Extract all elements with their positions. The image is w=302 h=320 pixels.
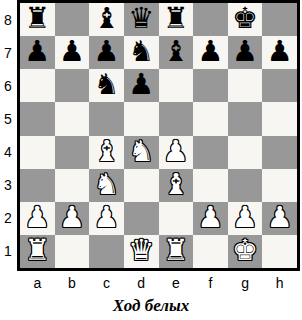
white-pawn-piece: ♟ bbox=[232, 203, 258, 232]
square-d6[interactable]: ♟ bbox=[124, 69, 159, 102]
square-e8[interactable]: ♜ bbox=[159, 3, 194, 36]
black-bishop-piece: ♝ bbox=[94, 4, 120, 33]
square-b2[interactable]: ♟ bbox=[55, 202, 90, 235]
file-label-c: c bbox=[89, 273, 124, 293]
file-label-e: e bbox=[159, 273, 194, 293]
square-e2[interactable] bbox=[159, 202, 194, 235]
rank-label-7: 7 bbox=[0, 36, 16, 69]
square-h5[interactable] bbox=[262, 102, 297, 135]
square-a7[interactable]: ♟ bbox=[20, 36, 55, 69]
rank-label-1: 1 bbox=[0, 235, 16, 268]
black-pawn-piece: ♟ bbox=[232, 37, 258, 66]
square-b4[interactable] bbox=[55, 136, 90, 169]
square-c1[interactable] bbox=[89, 235, 124, 268]
white-pawn-piece: ♟ bbox=[163, 137, 189, 166]
square-a5[interactable] bbox=[20, 102, 55, 135]
square-e3[interactable]: ♝ bbox=[159, 169, 194, 202]
square-h3[interactable] bbox=[262, 169, 297, 202]
rank-labels: 87654321 bbox=[0, 3, 16, 268]
square-d8[interactable]: ♛ bbox=[124, 3, 159, 36]
square-b3[interactable] bbox=[55, 169, 90, 202]
black-bishop-piece: ♝ bbox=[163, 37, 189, 66]
square-b5[interactable] bbox=[55, 102, 90, 135]
square-g1[interactable]: ♚ bbox=[228, 235, 263, 268]
square-e6[interactable] bbox=[159, 69, 194, 102]
white-pawn-piece: ♟ bbox=[94, 203, 120, 232]
file-label-d: d bbox=[124, 273, 159, 293]
square-d3[interactable] bbox=[124, 169, 159, 202]
square-c7[interactable]: ♟ bbox=[89, 36, 124, 69]
square-c5[interactable] bbox=[89, 102, 124, 135]
square-g5[interactable] bbox=[228, 102, 263, 135]
black-pawn-piece: ♟ bbox=[24, 37, 50, 66]
square-g7[interactable]: ♟ bbox=[228, 36, 263, 69]
square-h1[interactable] bbox=[262, 235, 297, 268]
file-label-a: a bbox=[20, 273, 55, 293]
rank-label-4: 4 bbox=[0, 136, 16, 169]
rank-label-8: 8 bbox=[0, 3, 16, 36]
square-f5[interactable] bbox=[193, 102, 228, 135]
square-f8[interactable] bbox=[193, 3, 228, 36]
white-bishop-piece: ♝ bbox=[94, 137, 120, 166]
square-h8[interactable] bbox=[262, 3, 297, 36]
square-e1[interactable]: ♜ bbox=[159, 235, 194, 268]
black-pawn-piece: ♟ bbox=[94, 37, 120, 66]
square-a3[interactable] bbox=[20, 169, 55, 202]
black-rook-piece: ♜ bbox=[24, 4, 50, 33]
white-knight-piece: ♞ bbox=[94, 170, 120, 199]
black-rook-piece: ♜ bbox=[163, 4, 189, 33]
black-pawn-piece: ♟ bbox=[197, 37, 223, 66]
square-c2[interactable]: ♟ bbox=[89, 202, 124, 235]
square-h4[interactable] bbox=[262, 136, 297, 169]
black-king-piece: ♚ bbox=[232, 4, 258, 33]
white-bishop-piece: ♝ bbox=[163, 170, 189, 199]
square-a8[interactable]: ♜ bbox=[20, 3, 55, 36]
rank-label-2: 2 bbox=[0, 202, 16, 235]
square-g4[interactable] bbox=[228, 136, 263, 169]
file-labels: abcdefgh bbox=[20, 273, 297, 293]
rank-label-6: 6 bbox=[0, 69, 16, 102]
rank-label-5: 5 bbox=[0, 102, 16, 135]
square-e5[interactable] bbox=[159, 102, 194, 135]
square-f7[interactable]: ♟ bbox=[193, 36, 228, 69]
file-label-g: g bbox=[228, 273, 263, 293]
chess-board: ♜♝♛♜♚♟♟♟♞♝♟♟♟♞♟♝♞♟♞♝♟♟♟♟♟♟♜♛♜♚ bbox=[17, 0, 300, 271]
black-pawn-piece: ♟ bbox=[128, 70, 154, 99]
black-knight-piece: ♞ bbox=[128, 37, 154, 66]
square-b6[interactable] bbox=[55, 69, 90, 102]
black-pawn-piece: ♟ bbox=[59, 37, 85, 66]
white-king-piece: ♚ bbox=[232, 236, 258, 265]
square-a1[interactable]: ♜ bbox=[20, 235, 55, 268]
square-c3[interactable]: ♞ bbox=[89, 169, 124, 202]
file-label-f: f bbox=[193, 273, 228, 293]
square-b8[interactable] bbox=[55, 3, 90, 36]
square-d7[interactable]: ♞ bbox=[124, 36, 159, 69]
square-g6[interactable] bbox=[228, 69, 263, 102]
square-a6[interactable] bbox=[20, 69, 55, 102]
square-h7[interactable]: ♟ bbox=[262, 36, 297, 69]
square-d1[interactable]: ♛ bbox=[124, 235, 159, 268]
white-pawn-piece: ♟ bbox=[24, 203, 50, 232]
white-rook-piece: ♜ bbox=[163, 236, 189, 265]
white-pawn-piece: ♟ bbox=[59, 203, 85, 232]
black-pawn-piece: ♟ bbox=[267, 37, 293, 66]
square-b7[interactable]: ♟ bbox=[55, 36, 90, 69]
square-g3[interactable] bbox=[228, 169, 263, 202]
square-h6[interactable] bbox=[262, 69, 297, 102]
square-f3[interactable] bbox=[193, 169, 228, 202]
square-h2[interactable]: ♟ bbox=[262, 202, 297, 235]
square-c4[interactable]: ♝ bbox=[89, 136, 124, 169]
square-b1[interactable] bbox=[55, 235, 90, 268]
white-pawn-piece: ♟ bbox=[197, 203, 223, 232]
white-pawn-piece: ♟ bbox=[267, 203, 293, 232]
square-e4[interactable]: ♟ bbox=[159, 136, 194, 169]
white-queen-piece: ♛ bbox=[128, 236, 154, 265]
black-queen-piece: ♛ bbox=[128, 4, 154, 33]
square-f2[interactable]: ♟ bbox=[193, 202, 228, 235]
square-d2[interactable] bbox=[124, 202, 159, 235]
square-c8[interactable]: ♝ bbox=[89, 3, 124, 36]
square-a2[interactable]: ♟ bbox=[20, 202, 55, 235]
black-knight-piece: ♞ bbox=[94, 70, 120, 99]
rank-label-3: 3 bbox=[0, 169, 16, 202]
square-g8[interactable]: ♚ bbox=[228, 3, 263, 36]
square-e7[interactable]: ♝ bbox=[159, 36, 194, 69]
square-a4[interactable] bbox=[20, 136, 55, 169]
caption-side-to-move: Ход белых bbox=[0, 296, 302, 316]
file-label-b: b bbox=[55, 273, 90, 293]
white-rook-piece: ♜ bbox=[24, 236, 50, 265]
file-label-h: h bbox=[262, 273, 297, 293]
square-f4[interactable] bbox=[193, 136, 228, 169]
white-knight-piece: ♞ bbox=[128, 137, 154, 166]
square-d5[interactable] bbox=[124, 102, 159, 135]
square-d4[interactable]: ♞ bbox=[124, 136, 159, 169]
chess-diagram: 87654321 ♜♝♛♜♚♟♟♟♞♝♟♟♟♞♟♝♞♟♞♝♟♟♟♟♟♟♜♛♜♚ … bbox=[0, 0, 302, 320]
square-c6[interactable]: ♞ bbox=[89, 69, 124, 102]
square-f1[interactable] bbox=[193, 235, 228, 268]
square-g2[interactable]: ♟ bbox=[228, 202, 263, 235]
square-f6[interactable] bbox=[193, 69, 228, 102]
